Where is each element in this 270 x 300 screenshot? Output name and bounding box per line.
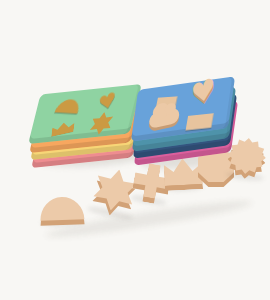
right-board-cell-a2: ♥	[188, 83, 217, 115]
rectangle-hole	[185, 113, 213, 130]
crown-hole	[51, 118, 75, 136]
right-board-cell-b1	[147, 117, 179, 137]
left-board-cell-b1	[50, 120, 75, 136]
inserted-heart-piece: ♥	[190, 74, 217, 110]
piece-semicircle-top	[40, 196, 85, 221]
piece-semicircle	[40, 196, 85, 221]
product-photo-scene: ♥ ♥	[0, 0, 270, 300]
left-board-cell-a1	[55, 98, 82, 114]
piece-flower	[226, 136, 268, 176]
inserted-cloud-piece	[148, 107, 179, 129]
left-board-cell-a2: ♥	[95, 90, 118, 113]
piece-flower-top	[226, 136, 268, 176]
right-board-cell-b2	[185, 112, 213, 130]
semicircle-hole	[54, 98, 82, 113]
